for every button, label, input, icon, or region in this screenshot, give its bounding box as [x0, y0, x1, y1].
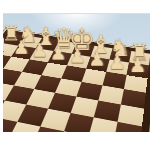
- chess-board: ♜♞♝♛♚♝♞♜♟♟♟♟♟♟♟♟: [3, 33, 150, 132]
- white-king: ♚: [68, 26, 95, 54]
- white-pawn: ♟: [88, 51, 105, 69]
- scene: ♜♞♝♛♚♝♞♜♟♟♟♟♟♟♟♟: [3, 14, 150, 132]
- chess-set-photo: ♜♞♝♛♚♝♞♜♟♟♟♟♟♟♟♟: [3, 13, 150, 132]
- white-rook: ♜: [3, 24, 20, 44]
- chess-board-frame: ♜♞♝♛♚♝♞♜♟♟♟♟♟♟♟♟: [3, 30, 150, 132]
- white-knight: ♞: [109, 37, 130, 60]
- white-rook: ♜: [129, 42, 149, 63]
- white-queen: ♛: [51, 26, 75, 52]
